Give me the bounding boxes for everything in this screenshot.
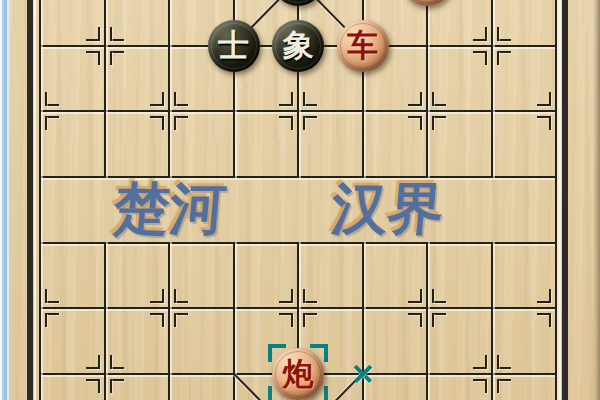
piece-black-general[interactable]: 将	[272, 0, 324, 6]
xiangqi-game-screen: 楚河 汉界 将马士象车炮	[0, 0, 600, 400]
piece-red-cannon[interactable]: 炮	[272, 348, 324, 400]
piece-glyph: 车	[347, 30, 378, 61]
pieces: 将马士象车炮	[0, 0, 600, 400]
board-right-shadow	[593, 0, 600, 400]
piece-glyph: 象	[283, 30, 314, 61]
piece-glyph: 士	[218, 30, 249, 61]
piece-red-horse[interactable]: 马	[401, 0, 453, 6]
piece-glyph: 炮	[283, 358, 314, 389]
piece-red-chariot[interactable]: 车	[337, 20, 389, 72]
window-edge-strip	[0, 0, 9, 400]
piece-black-elephant[interactable]: 象	[272, 20, 324, 72]
piece-black-advisor[interactable]: 士	[208, 20, 260, 72]
